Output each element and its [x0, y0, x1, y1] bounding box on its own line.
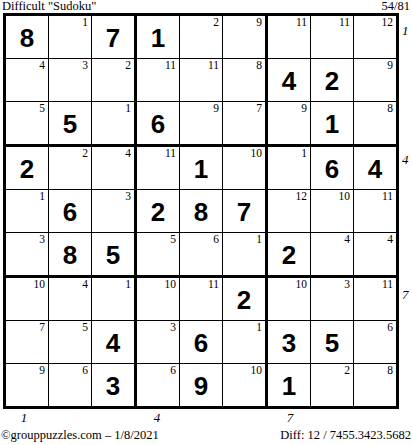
cell-r5c8[interactable]: 10	[311, 190, 354, 233]
cell-r8c4[interactable]: 3	[137, 321, 180, 364]
cell-order-hint: 12	[382, 16, 394, 29]
cell-r7c5[interactable]: 11	[180, 278, 223, 321]
cell-r9c8[interactable]: 2	[311, 364, 354, 406]
cell-digit: 5	[106, 242, 120, 268]
cell-r5c9[interactable]: 11	[354, 190, 396, 233]
cell-r8c8[interactable]: 5	[311, 321, 354, 364]
cell-order-hint: 4	[39, 59, 45, 72]
cell-digit: 2	[282, 242, 296, 268]
cell-order-hint: 2	[82, 147, 88, 160]
cell-r9c2[interactable]: 6	[49, 364, 92, 406]
cell-order-hint: 11	[339, 16, 350, 29]
col-label-1: 1	[9, 410, 39, 426]
cell-r4c5[interactable]: 1	[180, 147, 223, 190]
cell-r4c8[interactable]: 6	[311, 147, 354, 190]
cell-r6c5[interactable]: 6	[180, 233, 223, 278]
cell-r2c8[interactable]: 2	[311, 59, 354, 102]
cell-digit: 6	[63, 199, 77, 225]
cell-digit: 7	[237, 199, 251, 225]
cell-r5c6[interactable]: 7	[223, 190, 268, 233]
row-label-4: 4	[402, 152, 409, 168]
cell-r2c6[interactable]: 8	[223, 59, 268, 102]
cell-r7c8[interactable]: 3	[311, 278, 354, 321]
cell-order-hint: 10	[165, 278, 177, 291]
cell-r7c3[interactable]: 1	[92, 278, 137, 321]
cell-order-hint: 1	[39, 190, 45, 203]
cell-order-hint: 11	[296, 16, 307, 29]
cell-r4c9[interactable]: 4	[354, 147, 396, 190]
cell-digit: 1	[151, 25, 165, 51]
cell-r6c3[interactable]: 5	[92, 233, 137, 278]
cell-r5c7[interactable]: 12	[268, 190, 311, 233]
row-label-7: 7	[402, 287, 409, 303]
cell-r4c6[interactable]: 10	[223, 147, 268, 190]
cell-digit: 4	[368, 156, 382, 182]
cell-r4c4[interactable]: 11	[137, 147, 180, 190]
cell-r4c7[interactable]: 1	[268, 147, 311, 190]
cell-r3c5[interactable]: 9	[180, 102, 223, 147]
cell-r5c1[interactable]: 1	[6, 190, 49, 233]
cell-r4c1[interactable]: 2	[6, 147, 49, 190]
cell-r1c6[interactable]: 9	[223, 16, 268, 59]
cell-r1c3[interactable]: 7	[92, 16, 137, 59]
cell-r8c6[interactable]: 1	[223, 321, 268, 364]
cell-digit: 5	[325, 330, 339, 356]
cell-order-hint: 9	[256, 16, 262, 29]
cell-r5c2[interactable]: 6	[49, 190, 92, 233]
cell-order-hint: 7	[39, 321, 45, 334]
cell-r7c2[interactable]: 4	[49, 278, 92, 321]
cell-order-hint: 1	[301, 147, 307, 160]
cell-r7c6[interactable]: 2	[223, 278, 268, 321]
cell-r9c3[interactable]: 3	[92, 364, 137, 406]
cell-digit: 2	[237, 287, 251, 313]
cell-order-hint: 9	[387, 59, 393, 72]
cell-digit: 6	[325, 156, 339, 182]
cell-r6c4[interactable]: 5	[137, 233, 180, 278]
cell-digit: 2	[151, 199, 165, 225]
cell-order-hint: 3	[170, 321, 176, 334]
cell-order-hint: 3	[82, 59, 88, 72]
cell-order-hint: 11	[382, 190, 393, 203]
cell-digit: 3	[282, 330, 296, 356]
cell-order-hint: 8	[387, 102, 393, 115]
cell-order-hint: 8	[387, 364, 393, 377]
cell-order-hint: 9	[213, 102, 219, 115]
cell-digit: 4	[282, 68, 296, 94]
cell-r5c3[interactable]: 3	[92, 190, 137, 233]
cell-order-hint: 1	[256, 233, 262, 246]
cell-r3c3[interactable]: 1	[92, 102, 137, 147]
cell-order-hint: 2	[125, 59, 131, 72]
copyright-text: ©grouppuzzles.com – 1/8/2021	[1, 428, 159, 443]
cell-r6c8[interactable]: 4	[311, 233, 354, 278]
cell-digit: 5	[63, 111, 77, 137]
cell-r7c9[interactable]: 11	[354, 278, 396, 321]
cell-order-hint: 3	[125, 190, 131, 203]
cell-order-hint: 1	[125, 102, 131, 115]
cell-order-hint: 11	[208, 278, 219, 291]
cell-r3c9[interactable]: 8	[354, 102, 396, 147]
cell-r2c9[interactable]: 9	[354, 59, 396, 102]
cell-order-hint: 9	[39, 364, 45, 377]
cell-order-hint: 9	[301, 102, 307, 115]
cell-order-hint: 4	[387, 233, 393, 246]
cell-r1c9[interactable]: 12	[354, 16, 396, 59]
cell-r3c4[interactable]: 6	[137, 102, 180, 147]
cell-digit: 3	[106, 373, 120, 399]
cell-r2c7[interactable]: 4	[268, 59, 311, 102]
cell-r3c1[interactable]: 5	[6, 102, 49, 147]
cell-r8c9[interactable]: 6	[354, 321, 396, 364]
cell-order-hint: 3	[39, 233, 45, 246]
cell-order-hint: 11	[208, 59, 219, 72]
cell-r3c8[interactable]: 1	[311, 102, 354, 147]
cell-r3c7[interactable]: 9	[268, 102, 311, 147]
col-label-4: 4	[142, 410, 172, 426]
cell-order-hint: 6	[82, 364, 88, 377]
cell-r8c7[interactable]: 3	[268, 321, 311, 364]
cell-r8c3[interactable]: 4	[92, 321, 137, 364]
cell-r8c5[interactable]: 6	[180, 321, 223, 364]
cell-digit: 8	[194, 199, 208, 225]
cell-order-hint: 11	[165, 147, 176, 160]
cell-r3c6[interactable]: 7	[223, 102, 268, 147]
cell-r1c5[interactable]: 2	[180, 16, 223, 59]
cell-r1c7[interactable]: 11	[268, 16, 311, 59]
cell-digit: 1	[282, 373, 296, 399]
cell-digit: 8	[63, 242, 77, 268]
cell-order-hint: 12	[296, 190, 308, 203]
puzzle-page: Difficult "Sudoku" 54/81 817129111112432…	[0, 0, 412, 445]
cell-digit: 7	[106, 25, 120, 51]
given-count: 54/81	[382, 0, 410, 14]
cell-digit: 8	[20, 25, 34, 51]
cell-r7c4[interactable]: 10	[137, 278, 180, 321]
row-label-1: 1	[402, 23, 409, 39]
cell-order-hint: 1	[125, 278, 131, 291]
cell-order-hint: 6	[170, 364, 176, 377]
cell-order-hint: 10	[34, 278, 46, 291]
cell-r6c9[interactable]: 4	[354, 233, 396, 278]
cell-r1c2[interactable]: 1	[49, 16, 92, 59]
cell-r1c1[interactable]: 8	[6, 16, 49, 59]
cell-order-hint: 4	[82, 278, 88, 291]
cell-order-hint: 5	[170, 233, 176, 246]
cell-r7c7[interactable]: 10	[268, 278, 311, 321]
cell-r7c1[interactable]: 10	[6, 278, 49, 321]
cell-order-hint: 10	[339, 190, 351, 203]
cell-r6c2[interactable]: 8	[49, 233, 92, 278]
cell-order-hint: 11	[382, 278, 393, 291]
cell-order-hint: 1	[82, 16, 88, 29]
cell-r8c1[interactable]: 7	[6, 321, 49, 364]
cell-r8c2[interactable]: 5	[49, 321, 92, 364]
cell-digit: 9	[194, 373, 208, 399]
cell-r1c4[interactable]: 1	[137, 16, 180, 59]
cell-order-hint: 5	[39, 102, 45, 115]
difficulty-text: Diff: 12 / 7455.3423.5682	[280, 428, 411, 443]
cell-r2c4[interactable]: 11	[137, 59, 180, 102]
cell-r2c2[interactable]: 3	[49, 59, 92, 102]
cell-r9c1[interactable]: 9	[6, 364, 49, 406]
cell-order-hint: 10	[296, 278, 308, 291]
cell-r9c9[interactable]: 8	[354, 364, 396, 406]
cell-order-hint: 10	[251, 364, 263, 377]
cell-order-hint: 1	[256, 321, 262, 334]
cell-order-hint: 6	[213, 233, 219, 246]
cell-r5c5[interactable]: 8	[180, 190, 223, 233]
cell-digit: 1	[194, 156, 208, 182]
cell-order-hint: 10	[251, 147, 263, 160]
cell-r9c6[interactable]: 10	[223, 364, 268, 406]
cell-r9c4[interactable]: 6	[137, 364, 180, 406]
cell-digit: 2	[20, 156, 34, 182]
cell-r9c5[interactable]: 9	[180, 364, 223, 406]
cell-r6c7[interactable]: 2	[268, 233, 311, 278]
cell-r2c5[interactable]: 11	[180, 59, 223, 102]
col-label-7: 7	[275, 410, 305, 426]
sudoku-board: 8171291111124321111842955169791822411110…	[3, 13, 399, 409]
cell-r2c1[interactable]: 4	[6, 59, 49, 102]
cell-r6c1[interactable]: 3	[6, 233, 49, 278]
cell-digit: 6	[151, 111, 165, 137]
cell-r6c6[interactable]: 1	[223, 233, 268, 278]
cell-order-hint: 4	[344, 233, 350, 246]
cell-order-hint: 8	[256, 59, 262, 72]
cell-digit: 6	[194, 330, 208, 356]
cell-r4c2[interactable]: 2	[49, 147, 92, 190]
cell-order-hint: 7	[256, 102, 262, 115]
cell-r1c8[interactable]: 11	[311, 16, 354, 59]
cell-r4c3[interactable]: 4	[92, 147, 137, 190]
cell-digit: 2	[325, 68, 339, 94]
cell-digit: 4	[106, 330, 120, 356]
cell-order-hint: 5	[82, 321, 88, 334]
cell-r3c2[interactable]: 5	[49, 102, 92, 147]
cell-order-hint: 2	[344, 364, 350, 377]
cell-r2c3[interactable]: 2	[92, 59, 137, 102]
cell-digit: 1	[325, 111, 339, 137]
cell-order-hint: 2	[213, 16, 219, 29]
cell-r9c7[interactable]: 1	[268, 364, 311, 406]
cell-order-hint: 3	[344, 278, 350, 291]
cell-r5c4[interactable]: 2	[137, 190, 180, 233]
cell-order-hint: 6	[387, 321, 393, 334]
page-title: Difficult "Sudoku"	[2, 0, 96, 14]
cell-order-hint: 4	[125, 147, 131, 160]
cell-order-hint: 11	[165, 59, 176, 72]
